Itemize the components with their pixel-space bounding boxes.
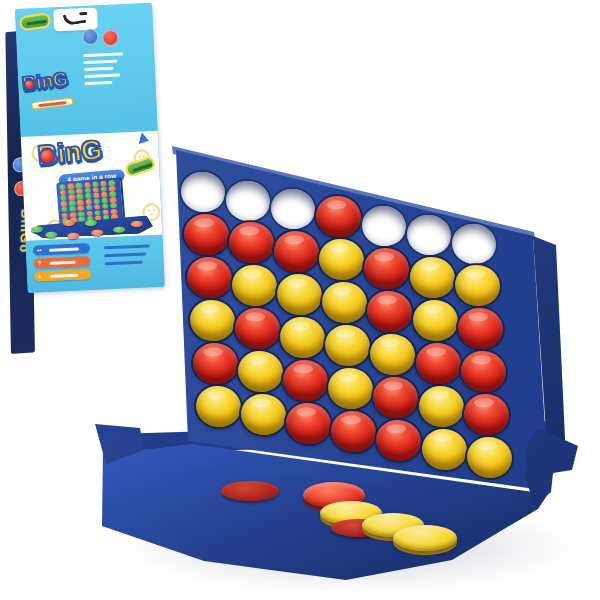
- box-game-illustration: [27, 175, 158, 241]
- retail-box: BinGo BinG BinG 4 game in a row: [0, 3, 175, 366]
- badge-text-bar: [27, 20, 47, 26]
- mini-disc-o: [94, 204, 101, 210]
- pill-icon: ••: [37, 247, 41, 253]
- tray-disc-red-1: [221, 481, 279, 501]
- mini-disc-g: [69, 206, 76, 212]
- product-photo: BinGo BinG BinG 4 game in a row: [0, 0, 600, 600]
- pill-icon: ≡: [38, 273, 42, 279]
- loose-mini-disc: [113, 226, 125, 232]
- mini-disc-g: [102, 203, 109, 209]
- box-front-face: BinG BinG 4 game in a row ••?≡: [15, 3, 165, 293]
- mini-disc-o: [77, 205, 84, 211]
- box-logo-small: BinG: [21, 72, 36, 95]
- mini-disc-g: [61, 207, 68, 213]
- pill-text-bar: [49, 247, 79, 251]
- loose-mini-disc: [45, 232, 57, 238]
- tray-disc-yellow-6: [393, 525, 457, 551]
- mini-disc-g: [86, 205, 93, 211]
- loose-mini-disc: [67, 233, 79, 239]
- mini-disc-o: [67, 183, 74, 189]
- pill-text-bar: [50, 273, 78, 277]
- loose-mini-disc: [85, 220, 97, 226]
- box-logo-main: BinG: [36, 139, 57, 172]
- badge-text-bar: [133, 163, 153, 172]
- mini-disc-g: [110, 203, 117, 209]
- loose-mini-disc: [131, 221, 143, 227]
- loose-mini-disc: [91, 229, 103, 235]
- ribbon-text-bar: [38, 101, 66, 107]
- loose-mini-disc: [31, 226, 43, 232]
- hook-icon-end: [79, 12, 87, 15]
- loose-mini-disc: [63, 220, 75, 226]
- pill-icon: ?: [37, 260, 41, 266]
- pill-text-bar: [49, 260, 75, 264]
